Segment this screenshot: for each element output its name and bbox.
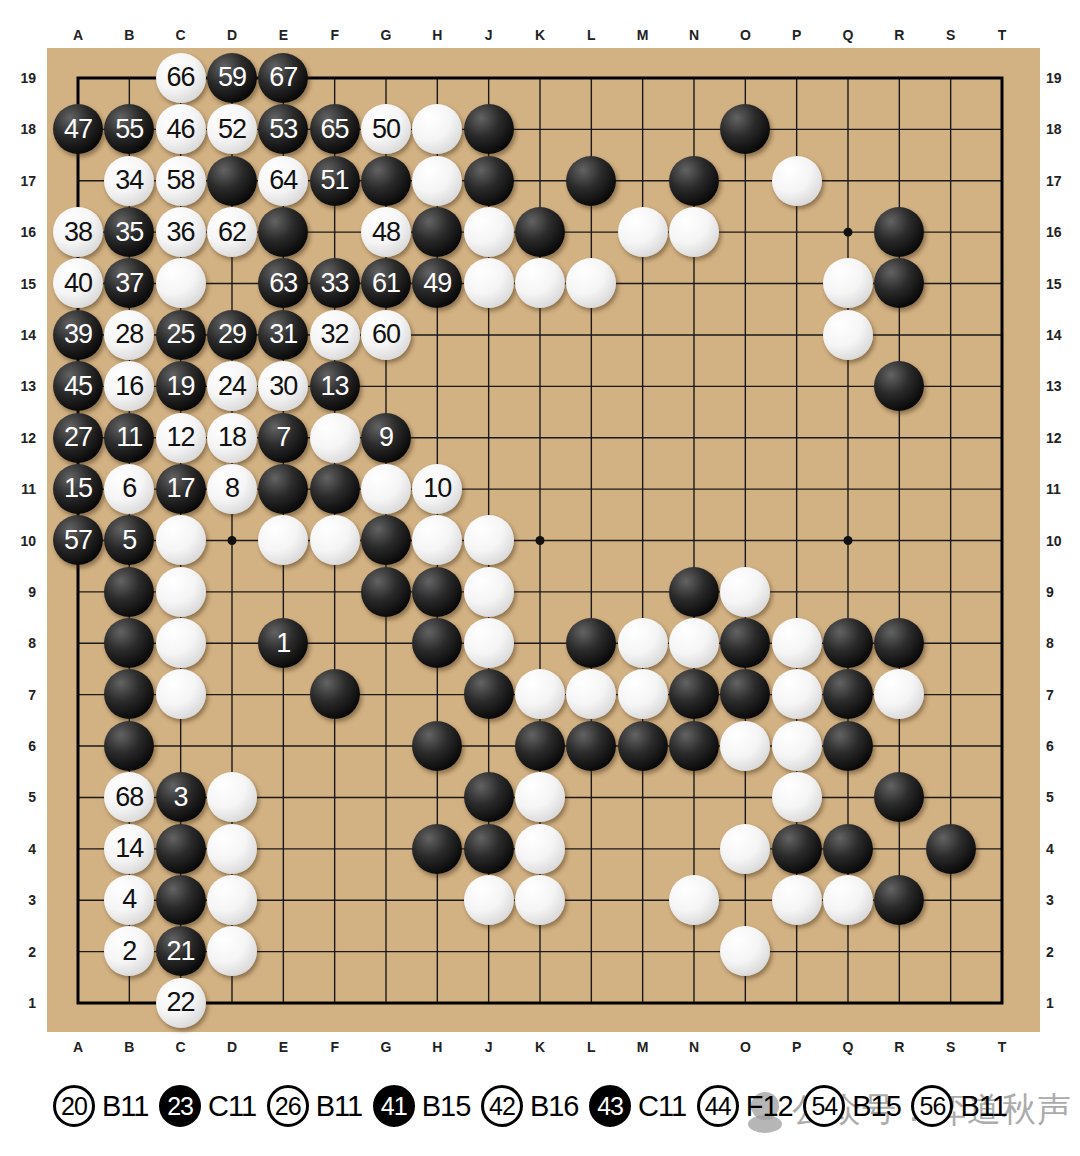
row-label-right-7: 7 (1046, 687, 1076, 703)
stone-move-number: 7 (276, 424, 290, 451)
stone-move-number: 52 (218, 116, 246, 143)
stone-move-number: 13 (321, 373, 349, 400)
stone-move-number: 12 (167, 424, 195, 451)
stones-layer: 6659674755465253655034586451383536624840… (52, 52, 1027, 1028)
go-diagram-page: AABBCCDDEEFFGGHHJJKKLLMMNNOOPPQQRRSSTT19… (0, 0, 1080, 1156)
stone-move-number: 5 (122, 527, 136, 554)
stone-white-H17 (412, 156, 462, 206)
stone-black-C2: 21 (156, 926, 206, 976)
stone-white-J8 (464, 618, 514, 668)
stone-black-L6 (566, 721, 616, 771)
caption-move-location: C11 (638, 1090, 686, 1123)
caption-move-location: B15 (422, 1090, 471, 1123)
stone-move-number: 17 (167, 475, 195, 502)
stone-white-H10 (412, 515, 462, 565)
stone-white-E10 (258, 515, 308, 565)
stone-white-O2 (720, 926, 770, 976)
stone-black-D17 (207, 156, 257, 206)
row-label-right-15: 15 (1046, 276, 1076, 292)
stone-black-C11: 17 (156, 464, 206, 514)
row-label-left-15: 15 (6, 276, 36, 292)
stone-white-R7 (874, 669, 924, 719)
stone-move-number: 18 (218, 424, 246, 451)
row-label-left-4: 4 (6, 841, 36, 857)
row-label-right-14: 14 (1046, 327, 1076, 343)
row-label-left-5: 5 (6, 789, 36, 805)
row-label-right-10: 10 (1046, 533, 1076, 549)
caption-move-location: F12 (746, 1090, 793, 1123)
stone-move-number: 1 (276, 630, 290, 657)
row-label-right-2: 2 (1046, 944, 1076, 960)
stone-black-B18: 55 (104, 104, 154, 154)
stone-move-number: 32 (321, 321, 349, 348)
stone-move-number: 51 (321, 167, 349, 194)
stone-black-B9 (104, 567, 154, 617)
stone-move-number: 53 (269, 116, 297, 143)
stone-black-F11 (310, 464, 360, 514)
stone-white-G11 (361, 464, 411, 514)
column-label-bottom-E: E (268, 1039, 298, 1055)
stone-white-D13: 24 (207, 361, 257, 411)
stone-black-K16 (515, 207, 565, 257)
stone-black-E19: 67 (258, 53, 308, 103)
caption-move-circle-white: 26 (267, 1085, 309, 1127)
stone-white-P7 (772, 669, 822, 719)
stone-move-number: 58 (167, 167, 195, 194)
stone-move-number: 57 (64, 527, 92, 554)
stone-black-G15: 61 (361, 258, 411, 308)
stone-black-P4 (772, 824, 822, 874)
stone-black-E14: 31 (258, 310, 308, 360)
caption-move-location: B16 (530, 1090, 579, 1123)
caption-move-circle-black: 43 (589, 1085, 631, 1127)
stone-black-B7 (104, 669, 154, 719)
stone-black-E12: 7 (258, 413, 308, 463)
stone-move-number: 8 (225, 475, 239, 502)
caption-move-circle-black: 23 (159, 1085, 201, 1127)
column-label-bottom-S: S (936, 1039, 966, 1055)
stone-white-K15 (515, 258, 565, 308)
stone-black-F7 (310, 669, 360, 719)
stone-white-B13: 16 (104, 361, 154, 411)
stone-black-N9 (669, 567, 719, 617)
row-label-left-17: 17 (6, 173, 36, 189)
stone-black-J18 (464, 104, 514, 154)
stone-black-A11: 15 (53, 464, 103, 514)
stone-black-R3 (874, 875, 924, 925)
column-label-top-S: S (936, 27, 966, 43)
column-label-bottom-O: O (730, 1039, 760, 1055)
column-label-bottom-P: P (782, 1039, 812, 1055)
caption-move-circle-white: 44 (697, 1085, 739, 1127)
column-label-bottom-C: C (166, 1039, 196, 1055)
stone-move-number: 64 (269, 167, 297, 194)
stone-black-H6 (412, 721, 462, 771)
stone-move-number: 48 (372, 219, 400, 246)
stone-black-B8 (104, 618, 154, 668)
column-label-top-F: F (320, 27, 350, 43)
column-label-top-G: G (371, 27, 401, 43)
row-label-right-18: 18 (1046, 121, 1076, 137)
stone-white-B14: 28 (104, 310, 154, 360)
stone-black-R15 (874, 258, 924, 308)
stone-move-number: 2 (122, 938, 136, 965)
stone-black-B15: 37 (104, 258, 154, 308)
caption-entry-26: 26B11 (267, 1085, 362, 1127)
stone-move-number: 47 (64, 116, 92, 143)
stone-white-M7 (618, 669, 668, 719)
stone-white-C1: 22 (156, 978, 206, 1028)
stone-move-number: 35 (115, 219, 143, 246)
row-label-right-12: 12 (1046, 430, 1076, 446)
stone-white-Q3 (823, 875, 873, 925)
stone-move-number: 31 (269, 321, 297, 348)
stone-white-P5 (772, 772, 822, 822)
stone-black-B16: 35 (104, 207, 154, 257)
row-label-right-8: 8 (1046, 635, 1076, 651)
caption-move-location: B15 (852, 1090, 901, 1123)
row-label-left-8: 8 (6, 635, 36, 651)
stone-move-number: 24 (218, 373, 246, 400)
stone-move-number: 37 (115, 270, 143, 297)
stone-black-O18 (720, 104, 770, 154)
row-label-left-6: 6 (6, 738, 36, 754)
stone-black-H16 (412, 207, 462, 257)
stone-move-number: 19 (167, 373, 195, 400)
stone-black-R5 (874, 772, 924, 822)
stone-white-C17: 58 (156, 156, 206, 206)
stone-white-C15 (156, 258, 206, 308)
stone-black-Q7 (823, 669, 873, 719)
stone-move-number: 16 (115, 373, 143, 400)
stone-move-number: 4 (122, 886, 136, 913)
stone-white-J10 (464, 515, 514, 565)
row-label-left-12: 12 (6, 430, 36, 446)
column-label-bottom-K: K (525, 1039, 555, 1055)
column-label-top-K: K (525, 27, 555, 43)
stone-white-P17 (772, 156, 822, 206)
column-label-bottom-F: F (320, 1039, 350, 1055)
stone-white-A15: 40 (53, 258, 103, 308)
row-label-left-11: 11 (6, 481, 36, 497)
stone-black-A12: 27 (53, 413, 103, 463)
row-label-left-1: 1 (6, 995, 36, 1011)
column-label-top-B: B (114, 27, 144, 43)
stone-black-N6 (669, 721, 719, 771)
column-label-top-O: O (730, 27, 760, 43)
stone-white-P6 (772, 721, 822, 771)
stone-white-C10 (156, 515, 206, 565)
column-label-top-A: A (63, 27, 93, 43)
stone-move-number: 22 (167, 989, 195, 1016)
stone-white-D12: 18 (207, 413, 257, 463)
stone-black-B10: 5 (104, 515, 154, 565)
stone-black-A18: 47 (53, 104, 103, 154)
stone-white-J16 (464, 207, 514, 257)
column-label-top-C: C (166, 27, 196, 43)
column-label-bottom-B: B (114, 1039, 144, 1055)
stone-black-F17: 51 (310, 156, 360, 206)
stone-move-number: 39 (64, 321, 92, 348)
stone-move-number: 14 (115, 835, 143, 862)
stone-move-number: 68 (115, 784, 143, 811)
column-label-bottom-G: G (371, 1039, 401, 1055)
stone-move-number: 40 (64, 270, 92, 297)
stone-black-Q8 (823, 618, 873, 668)
column-label-bottom-A: A (63, 1039, 93, 1055)
stone-black-C14: 25 (156, 310, 206, 360)
stone-black-C4 (156, 824, 206, 874)
row-label-left-10: 10 (6, 533, 36, 549)
stone-black-H15: 49 (412, 258, 462, 308)
stone-white-D4 (207, 824, 257, 874)
stone-white-D11: 8 (207, 464, 257, 514)
column-label-top-T: T (987, 27, 1017, 43)
stone-black-N17 (669, 156, 719, 206)
row-label-right-19: 19 (1046, 70, 1076, 86)
stone-white-E13: 30 (258, 361, 308, 411)
stone-black-E15: 63 (258, 258, 308, 308)
stone-black-N7 (669, 669, 719, 719)
stone-move-number: 11 (116, 424, 142, 451)
stone-move-number: 34 (115, 167, 143, 194)
caption-entry-42: 42B16 (481, 1085, 579, 1127)
row-label-right-1: 1 (1046, 995, 1076, 1011)
caption-entry-56: 56B11 (911, 1085, 1006, 1127)
caption-move-location: B11 (960, 1090, 1006, 1123)
stone-white-K4 (515, 824, 565, 874)
stone-white-Q15 (823, 258, 873, 308)
column-label-top-N: N (679, 27, 709, 43)
stone-white-Q14 (823, 310, 873, 360)
stone-white-D16: 62 (207, 207, 257, 257)
row-label-right-11: 11 (1046, 481, 1076, 497)
stone-move-number: 62 (218, 219, 246, 246)
stone-white-J3 (464, 875, 514, 925)
stone-black-F13: 13 (310, 361, 360, 411)
column-label-bottom-R: R (884, 1039, 914, 1055)
row-label-left-2: 2 (6, 944, 36, 960)
stone-black-A14: 39 (53, 310, 103, 360)
caption-move-annotations: 20B1123C1126B1141B1542B1643C1144F1254B15… (53, 1080, 1007, 1132)
stone-white-G16: 48 (361, 207, 411, 257)
stone-black-G12: 9 (361, 413, 411, 463)
row-label-left-14: 14 (6, 327, 36, 343)
stone-black-J17 (464, 156, 514, 206)
column-label-top-Q: Q (833, 27, 863, 43)
row-label-right-5: 5 (1046, 789, 1076, 805)
stone-white-P3 (772, 875, 822, 925)
stone-white-N16 (669, 207, 719, 257)
stone-black-Q4 (823, 824, 873, 874)
column-label-top-R: R (884, 27, 914, 43)
row-label-right-16: 16 (1046, 224, 1076, 240)
stone-white-B3: 4 (104, 875, 154, 925)
caption-move-circle-black: 41 (373, 1085, 415, 1127)
row-label-left-19: 19 (6, 70, 36, 86)
caption-move-location: B11 (316, 1090, 362, 1123)
stone-white-L7 (566, 669, 616, 719)
stone-black-E11 (258, 464, 308, 514)
stone-white-B2: 2 (104, 926, 154, 976)
stone-move-number: 45 (64, 373, 92, 400)
caption-move-circle-white: 42 (481, 1085, 523, 1127)
column-label-top-D: D (217, 27, 247, 43)
column-label-bottom-L: L (576, 1039, 606, 1055)
stone-black-G17 (361, 156, 411, 206)
stone-white-G14: 60 (361, 310, 411, 360)
stone-white-H18 (412, 104, 462, 154)
row-label-left-13: 13 (6, 378, 36, 394)
stone-move-number: 28 (115, 321, 143, 348)
caption-entry-54: 54B15 (803, 1085, 901, 1127)
stone-black-E18: 53 (258, 104, 308, 154)
column-label-bottom-T: T (987, 1039, 1017, 1055)
stone-black-S4 (926, 824, 976, 874)
stone-white-D3 (207, 875, 257, 925)
stone-white-J15 (464, 258, 514, 308)
stone-move-number: 38 (64, 219, 92, 246)
stone-black-F15: 33 (310, 258, 360, 308)
stone-move-number: 36 (167, 219, 195, 246)
stone-white-D5 (207, 772, 257, 822)
row-label-right-13: 13 (1046, 378, 1076, 394)
stone-white-N8 (669, 618, 719, 668)
caption-move-circle-white: 54 (803, 1085, 845, 1127)
stone-move-number: 61 (372, 270, 400, 297)
column-label-top-M: M (628, 27, 658, 43)
stone-white-E17: 64 (258, 156, 308, 206)
stone-white-O4 (720, 824, 770, 874)
stone-black-B6 (104, 721, 154, 771)
stone-white-D2 (207, 926, 257, 976)
stone-move-number: 66 (167, 64, 195, 91)
stone-black-B12: 11 (104, 413, 154, 463)
column-label-top-J: J (474, 27, 504, 43)
stone-move-number: 67 (269, 64, 297, 91)
stone-black-J4 (464, 824, 514, 874)
stone-black-K6 (515, 721, 565, 771)
stone-move-number: 46 (167, 116, 195, 143)
stone-black-G9 (361, 567, 411, 617)
stone-move-number: 63 (269, 270, 297, 297)
stone-black-F18: 65 (310, 104, 360, 154)
caption-entry-20: 20B11 (53, 1085, 148, 1127)
row-label-left-18: 18 (6, 121, 36, 137)
stone-white-F10 (310, 515, 360, 565)
column-label-top-E: E (268, 27, 298, 43)
stone-move-number: 29 (218, 321, 246, 348)
row-label-left-3: 3 (6, 892, 36, 908)
stone-white-J9 (464, 567, 514, 617)
caption-move-location: C11 (208, 1090, 256, 1123)
stone-black-A10: 57 (53, 515, 103, 565)
stone-white-P8 (772, 618, 822, 668)
stone-white-B17: 34 (104, 156, 154, 206)
column-label-bottom-Q: Q (833, 1039, 863, 1055)
stone-black-R13 (874, 361, 924, 411)
stone-move-number: 10 (423, 475, 451, 502)
column-label-bottom-J: J (474, 1039, 504, 1055)
stone-white-B11: 6 (104, 464, 154, 514)
stone-move-number: 59 (218, 64, 246, 91)
stone-white-F12 (310, 413, 360, 463)
stone-black-L17 (566, 156, 616, 206)
stone-black-C3 (156, 875, 206, 925)
stone-move-number: 65 (321, 116, 349, 143)
stone-black-C13: 19 (156, 361, 206, 411)
stone-white-G18: 50 (361, 104, 411, 154)
stone-black-O8 (720, 618, 770, 668)
stone-move-number: 3 (174, 784, 188, 811)
stone-black-L8 (566, 618, 616, 668)
stone-white-M16 (618, 207, 668, 257)
stone-white-B4: 14 (104, 824, 154, 874)
stone-black-H8 (412, 618, 462, 668)
row-label-right-9: 9 (1046, 584, 1076, 600)
stone-move-number: 27 (64, 424, 92, 451)
column-label-top-L: L (576, 27, 606, 43)
stone-black-H9 (412, 567, 462, 617)
stone-move-number: 9 (379, 424, 393, 451)
stone-white-C12: 12 (156, 413, 206, 463)
stone-black-Q6 (823, 721, 873, 771)
stone-black-C5: 3 (156, 772, 206, 822)
stone-white-K7 (515, 669, 565, 719)
stone-black-E8: 1 (258, 618, 308, 668)
stone-white-L15 (566, 258, 616, 308)
stone-move-number: 49 (423, 270, 451, 297)
stone-black-R16 (874, 207, 924, 257)
stone-black-R8 (874, 618, 924, 668)
row-label-left-9: 9 (6, 584, 36, 600)
stone-white-D18: 52 (207, 104, 257, 154)
row-label-left-7: 7 (6, 687, 36, 703)
stone-white-C8 (156, 618, 206, 668)
caption-entry-23: 23C11 (159, 1085, 256, 1127)
row-label-right-6: 6 (1046, 738, 1076, 754)
stone-white-K3 (515, 875, 565, 925)
stone-move-number: 6 (122, 475, 136, 502)
stone-move-number: 25 (167, 321, 195, 348)
caption-entry-43: 43C11 (589, 1085, 686, 1127)
stone-white-O9 (720, 567, 770, 617)
column-label-bottom-M: M (628, 1039, 658, 1055)
caption-move-circle-white: 56 (911, 1085, 953, 1127)
stone-white-M8 (618, 618, 668, 668)
stone-white-C18: 46 (156, 104, 206, 154)
stone-black-M6 (618, 721, 668, 771)
stone-black-D19: 59 (207, 53, 257, 103)
stone-white-N3 (669, 875, 719, 925)
column-label-bottom-N: N (679, 1039, 709, 1055)
stone-white-A16: 38 (53, 207, 103, 257)
stone-move-number: 55 (115, 116, 143, 143)
stone-black-E16 (258, 207, 308, 257)
stone-white-C7 (156, 669, 206, 719)
caption-move-location: B11 (102, 1090, 148, 1123)
stone-black-J5 (464, 772, 514, 822)
column-label-top-P: P (782, 27, 812, 43)
stone-black-O7 (720, 669, 770, 719)
stone-move-number: 33 (321, 270, 349, 297)
stone-white-C19: 66 (156, 53, 206, 103)
caption-move-circle-white: 20 (53, 1085, 95, 1127)
stone-black-A13: 45 (53, 361, 103, 411)
stone-white-H11: 10 (412, 464, 462, 514)
caption-entry-44: 44F12 (697, 1085, 793, 1127)
stone-white-O6 (720, 721, 770, 771)
